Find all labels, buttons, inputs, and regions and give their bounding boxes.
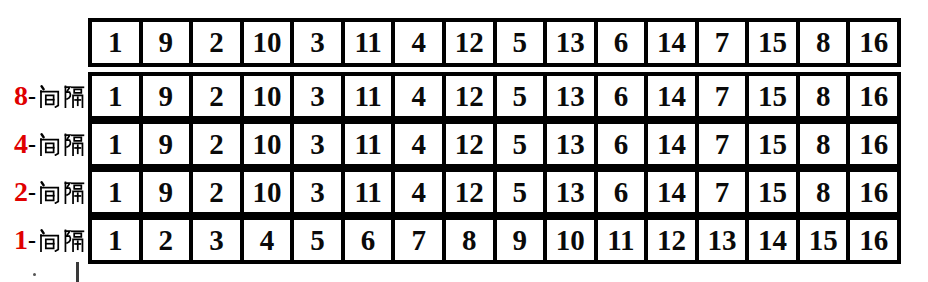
gap-value: 2 — [14, 178, 28, 206]
grid-cell-r1c9: 13 — [547, 76, 594, 116]
grid-cell-r3c11: 14 — [648, 172, 695, 212]
grid-cell-r1c1: 9 — [143, 76, 190, 116]
grid-cell-r0c12: 7 — [699, 22, 746, 63]
row-label-gap-4: 4- — [0, 120, 88, 168]
grid-cell-r1c8: 5 — [497, 76, 544, 116]
grid-cell-r2c14: 8 — [800, 124, 847, 164]
row-label-empty — [0, 18, 88, 67]
grid-cell-r1c5: 11 — [345, 76, 392, 116]
label-dash: - — [28, 228, 36, 252]
grid-cell-r0c2: 2 — [193, 22, 240, 63]
grid-cell-r2c7: 12 — [446, 124, 493, 164]
grid-cell-r3c13: 15 — [749, 172, 796, 212]
cropped-stroke-dot — [33, 273, 36, 276]
grid-cell-r0c7: 12 — [446, 22, 493, 63]
grid-cell-r3c0: 1 — [92, 172, 139, 212]
grid-cell-r3c9: 13 — [547, 172, 594, 212]
label-dash: - — [28, 132, 36, 156]
grid-cell-r0c5: 11 — [345, 22, 392, 63]
grid-cell-r1c0: 1 — [92, 76, 139, 116]
grid-cell-r3c12: 7 — [699, 172, 746, 212]
grid-cell-r4c2: 3 — [193, 220, 240, 260]
grid-cell-r1c15: 16 — [850, 76, 897, 116]
grid-cell-r4c0: 1 — [92, 220, 139, 260]
grid-cell-r3c14: 8 — [800, 172, 847, 212]
grid-cell-r3c7: 12 — [446, 172, 493, 212]
grid-cell-r4c11: 12 — [648, 220, 695, 260]
grid-cell-r3c6: 4 — [395, 172, 442, 212]
grid-cell-r0c13: 15 — [749, 22, 796, 63]
shell-sort-diagram: 192103114125136147158168-192103114125136… — [0, 0, 928, 282]
row-table-4: 12345678910111213141516 — [88, 216, 901, 264]
grid-cell-r0c3: 10 — [244, 22, 291, 63]
grid-cell-r4c9: 10 — [547, 220, 594, 260]
grid-cell-r0c14: 8 — [800, 22, 847, 63]
grid-cell-r0c11: 14 — [648, 22, 695, 63]
gap-value: 1 — [14, 226, 28, 254]
grid-cell-r2c12: 7 — [699, 124, 746, 164]
grid-cell-r0c0: 1 — [92, 22, 139, 63]
grid-cell-r4c8: 9 — [497, 220, 544, 260]
grid-cell-r4c3: 4 — [244, 220, 291, 260]
grid-cell-r3c4: 3 — [294, 172, 341, 212]
diagram-row-1: 8-19210311412513614715816 — [0, 72, 901, 120]
row-table-0: 19210311412513614715816 — [88, 18, 901, 67]
grid-cell-r2c5: 11 — [345, 124, 392, 164]
row-table-1: 19210311412513614715816 — [88, 72, 901, 120]
grid-cell-r0c10: 6 — [598, 22, 645, 63]
grid-cell-r1c6: 4 — [395, 76, 442, 116]
grid-cell-r0c9: 13 — [547, 22, 594, 63]
label-dash: - — [28, 84, 36, 108]
grid-cell-r4c5: 6 — [345, 220, 392, 260]
grid-cell-r2c9: 13 — [547, 124, 594, 164]
grid-cell-r2c8: 5 — [497, 124, 544, 164]
char-ge-隔-icon — [62, 85, 85, 108]
grid-cell-r2c1: 9 — [143, 124, 190, 164]
grid-cell-r3c5: 11 — [345, 172, 392, 212]
grid-cell-r4c10: 11 — [598, 220, 645, 260]
grid-cell-r3c15: 16 — [850, 172, 897, 212]
row-table-3: 19210311412513614715816 — [88, 168, 901, 216]
grid-cell-r1c10: 6 — [598, 76, 645, 116]
grid-cell-r4c14: 15 — [800, 220, 847, 260]
grid-cell-r1c7: 12 — [446, 76, 493, 116]
grid-cell-r0c15: 16 — [850, 22, 897, 63]
diagram-row-2: 4-19210311412513614715816 — [0, 120, 901, 168]
diagram-row-3: 2-19210311412513614715816 — [0, 168, 901, 216]
diagram-row-4: 1-12345678910111213141516 — [0, 216, 901, 264]
char-jian-间-icon — [38, 133, 61, 156]
char-jian-间-icon — [38, 85, 61, 108]
grid-cell-r1c14: 8 — [800, 76, 847, 116]
grid-cell-r4c12: 13 — [699, 220, 746, 260]
grid-cell-r4c1: 2 — [143, 220, 190, 260]
grid-cell-r3c8: 5 — [497, 172, 544, 212]
char-jian-间-icon — [38, 181, 61, 204]
grid-cell-r0c1: 9 — [143, 22, 190, 63]
grid-cell-r2c2: 2 — [193, 124, 240, 164]
grid-cell-r1c13: 15 — [749, 76, 796, 116]
grid-cell-r1c3: 10 — [244, 76, 291, 116]
gap-value: 8 — [14, 82, 28, 110]
grid-cell-r2c15: 16 — [850, 124, 897, 164]
grid-cell-r0c4: 3 — [294, 22, 341, 63]
grid-cell-r3c3: 10 — [244, 172, 291, 212]
grid-cell-r4c7: 8 — [446, 220, 493, 260]
char-ge-隔-icon — [62, 229, 85, 252]
grid-cell-r4c13: 14 — [749, 220, 796, 260]
char-jian-间-icon — [38, 229, 61, 252]
cropped-stroke-vertical-tick — [76, 262, 79, 282]
grid-cell-r2c4: 3 — [294, 124, 341, 164]
char-ge-隔-icon — [62, 181, 85, 204]
grid-cell-r1c2: 2 — [193, 76, 240, 116]
grid-cell-r4c15: 16 — [850, 220, 897, 260]
grid-cell-r1c4: 3 — [294, 76, 341, 116]
grid-cell-r0c6: 4 — [395, 22, 442, 63]
char-ge-隔-icon — [62, 133, 85, 156]
grid-cell-r2c10: 6 — [598, 124, 645, 164]
grid-cell-r4c6: 7 — [395, 220, 442, 260]
label-dash: - — [28, 180, 36, 204]
grid-cell-r2c6: 4 — [395, 124, 442, 164]
gap-value: 4 — [14, 130, 28, 158]
diagram-rows: 192103114125136147158168-192103114125136… — [0, 18, 901, 264]
row-table-2: 19210311412513614715816 — [88, 120, 901, 168]
grid-cell-r0c8: 5 — [497, 22, 544, 63]
grid-cell-r2c3: 10 — [244, 124, 291, 164]
diagram-row-0: 19210311412513614715816 — [0, 18, 901, 67]
grid-cell-r4c4: 5 — [294, 220, 341, 260]
grid-cell-r3c2: 2 — [193, 172, 240, 212]
row-label-gap-2: 2- — [0, 168, 88, 216]
row-label-gap-1: 1- — [0, 216, 88, 264]
row-label-gap-8: 8- — [0, 72, 88, 120]
grid-cell-r1c12: 7 — [699, 76, 746, 116]
grid-cell-r1c11: 14 — [648, 76, 695, 116]
grid-cell-r2c13: 15 — [749, 124, 796, 164]
grid-cell-r2c11: 14 — [648, 124, 695, 164]
grid-cell-r3c10: 6 — [598, 172, 645, 212]
grid-cell-r2c0: 1 — [92, 124, 139, 164]
grid-cell-r3c1: 9 — [143, 172, 190, 212]
